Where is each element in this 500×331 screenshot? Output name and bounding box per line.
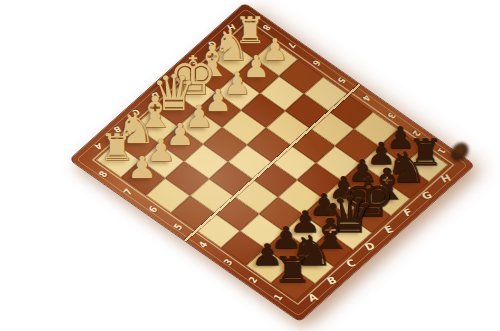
- piece-white-pawn-a7[interactable]: ♟: [127, 153, 157, 183]
- piece-black-rook-a1[interactable]: ♜: [272, 252, 312, 288]
- chessboard-photo: AABBCCDDEEFFGGHH8877665544332211 ♜♞♝♛♚♝♞…: [0, 0, 500, 331]
